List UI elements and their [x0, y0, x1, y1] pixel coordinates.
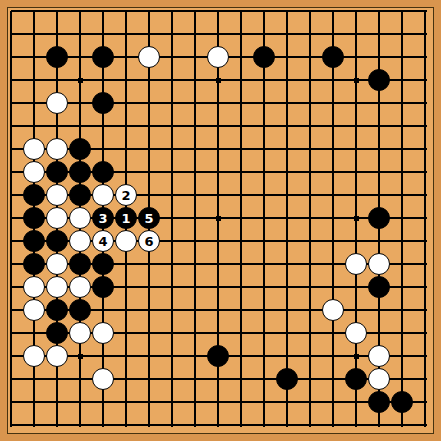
black-stone [92, 253, 114, 275]
white-stone-move-2: 2 [115, 184, 137, 206]
black-stone [46, 322, 68, 344]
grid-line-v [332, 11, 334, 427]
white-stone [69, 230, 91, 252]
white-stone [92, 368, 114, 390]
black-stone-move-3: 3 [92, 207, 114, 229]
white-stone [46, 138, 68, 160]
white-stone [322, 299, 344, 321]
black-stone [368, 276, 390, 298]
white-stone [368, 253, 390, 275]
white-stone [69, 207, 91, 229]
black-stone [23, 207, 45, 229]
grid-line-h [11, 10, 427, 12]
black-stone [92, 46, 114, 68]
star-point [354, 78, 359, 83]
white-stone [92, 322, 114, 344]
grid-line-v [309, 11, 311, 427]
grid-line-h [11, 125, 427, 127]
black-stone [92, 161, 114, 183]
black-stone [23, 253, 45, 275]
star-point [216, 78, 221, 83]
black-stone-move-5: 5 [138, 207, 160, 229]
grid-line-h [11, 424, 427, 426]
black-stone [46, 161, 68, 183]
grid-line-v [171, 11, 173, 427]
black-stone [69, 184, 91, 206]
black-stone [253, 46, 275, 68]
star-point [78, 78, 83, 83]
white-stone [368, 345, 390, 367]
white-stone [23, 276, 45, 298]
black-stone [92, 92, 114, 114]
white-stone [23, 138, 45, 160]
black-stone [391, 391, 413, 413]
go-board: 231546 [0, 0, 441, 441]
grid-line-v [286, 11, 288, 427]
black-stone [368, 69, 390, 91]
black-stone [276, 368, 298, 390]
white-stone [345, 322, 367, 344]
white-stone-move-4: 4 [92, 230, 114, 252]
black-stone [46, 230, 68, 252]
grid-line-v [424, 11, 426, 427]
white-stone [207, 46, 229, 68]
white-stone [115, 230, 137, 252]
grid-line-h [11, 33, 427, 35]
black-stone [69, 161, 91, 183]
grid-line-v [240, 11, 242, 427]
white-stone [46, 92, 68, 114]
black-stone [322, 46, 344, 68]
black-stone [23, 184, 45, 206]
white-stone [46, 276, 68, 298]
white-stone [69, 276, 91, 298]
black-stone [92, 276, 114, 298]
grid-line-v [263, 11, 265, 427]
black-stone [368, 207, 390, 229]
star-point [354, 216, 359, 221]
white-stone [46, 207, 68, 229]
black-stone [69, 299, 91, 321]
black-stone [345, 368, 367, 390]
white-stone [69, 322, 91, 344]
white-stone [138, 46, 160, 68]
white-stone [46, 184, 68, 206]
black-stone [69, 138, 91, 160]
grid-line-v [194, 11, 196, 427]
white-stone [368, 368, 390, 390]
black-stone [46, 46, 68, 68]
star-point [216, 216, 221, 221]
white-stone [345, 253, 367, 275]
grid-line-v [401, 11, 403, 427]
white-stone [23, 299, 45, 321]
black-stone [23, 230, 45, 252]
white-stone [23, 161, 45, 183]
white-stone [23, 345, 45, 367]
black-stone [207, 345, 229, 367]
white-stone-move-6: 6 [138, 230, 160, 252]
white-stone [46, 345, 68, 367]
black-stone [46, 299, 68, 321]
black-stone [69, 253, 91, 275]
white-stone [46, 253, 68, 275]
star-point [78, 354, 83, 359]
black-stone [368, 391, 390, 413]
grid-line-h [11, 401, 427, 403]
grid-line-h [11, 102, 427, 104]
white-stone [92, 184, 114, 206]
star-point [354, 354, 359, 359]
black-stone-move-1: 1 [115, 207, 137, 229]
grid-line-v [10, 11, 12, 427]
